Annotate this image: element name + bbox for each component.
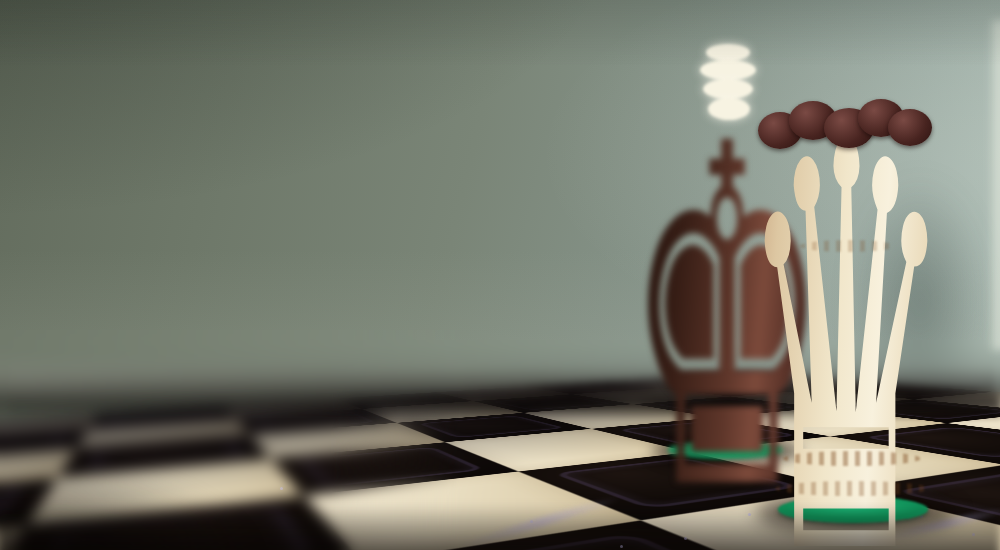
right-edge-highlight — [988, 20, 1000, 350]
queen-crown-bead — [888, 109, 932, 146]
chess-photo-scene: ♚ ♛ — [0, 0, 1000, 550]
queen-pyrography-band — [800, 240, 896, 252]
queen-pyrography-band — [775, 481, 930, 496]
horizon-glow — [0, 366, 550, 400]
queen-pyrography-band — [783, 451, 921, 466]
foreground-dark-edge — [0, 504, 1000, 550]
